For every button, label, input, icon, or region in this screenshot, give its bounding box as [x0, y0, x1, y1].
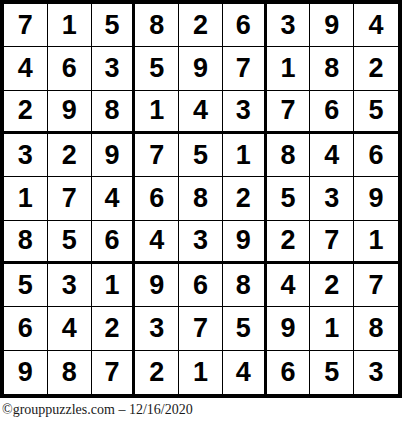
sudoku-cell-r8c1: 6 [4, 307, 48, 350]
sudoku-cell-r1c5: 2 [179, 4, 223, 47]
sudoku-cell-r3c3: 8 [92, 91, 136, 134]
sudoku-cell-r9c9: 3 [354, 351, 398, 394]
sudoku-cell-r2c7: 1 [267, 47, 311, 90]
sudoku-cell-r9c2: 8 [48, 351, 92, 394]
sudoku-cell-r3c2: 9 [48, 91, 92, 134]
sudoku-cell-r3c7: 7 [267, 91, 311, 134]
sudoku-cell-r1c6: 6 [223, 4, 267, 47]
sudoku-cell-r8c2: 4 [48, 307, 92, 350]
sudoku-cell-r2c6: 7 [223, 47, 267, 90]
sudoku-cell-r3c4: 1 [135, 91, 179, 134]
sudoku-cell-r2c2: 6 [48, 47, 92, 90]
sudoku-cell-r1c4: 8 [135, 4, 179, 47]
sudoku-cell-r9c4: 2 [135, 351, 179, 394]
sudoku-cell-r5c9: 9 [354, 177, 398, 220]
sudoku-cell-r9c3: 7 [92, 351, 136, 394]
sudoku-cell-r6c4: 4 [135, 221, 179, 264]
sudoku-cell-r7c7: 4 [267, 264, 311, 307]
sudoku-cell-r8c9: 8 [354, 307, 398, 350]
sudoku-cell-r6c6: 9 [223, 221, 267, 264]
sudoku-cell-r9c6: 4 [223, 351, 267, 394]
sudoku-cell-r6c1: 8 [4, 221, 48, 264]
sudoku-cell-r7c3: 1 [92, 264, 136, 307]
sudoku-cell-r3c9: 5 [354, 91, 398, 134]
sudoku-cell-r5c8: 3 [310, 177, 354, 220]
sudoku-cell-r4c8: 4 [310, 134, 354, 177]
sudoku-cell-r9c7: 6 [267, 351, 311, 394]
sudoku-cell-r5c2: 7 [48, 177, 92, 220]
sudoku-cell-r7c5: 6 [179, 264, 223, 307]
sudoku-cell-r1c3: 5 [92, 4, 136, 47]
sudoku-cell-r6c5: 3 [179, 221, 223, 264]
sudoku-cell-r6c7: 2 [267, 221, 311, 264]
sudoku-board: 7158263944635971822981437653297518461746… [0, 0, 402, 398]
sudoku-cell-r4c6: 1 [223, 134, 267, 177]
sudoku-cell-r8c4: 3 [135, 307, 179, 350]
sudoku-cell-r4c5: 5 [179, 134, 223, 177]
sudoku-cell-r1c9: 4 [354, 4, 398, 47]
sudoku-cell-r1c7: 3 [267, 4, 311, 47]
sudoku-cell-r4c4: 7 [135, 134, 179, 177]
sudoku-cell-r2c1: 4 [4, 47, 48, 90]
sudoku-cell-r2c8: 8 [310, 47, 354, 90]
sudoku-cell-r8c6: 5 [223, 307, 267, 350]
sudoku-cell-r8c3: 2 [92, 307, 136, 350]
sudoku-cell-r9c1: 9 [4, 351, 48, 394]
sudoku-cell-r7c4: 9 [135, 264, 179, 307]
sudoku-cell-r5c1: 1 [4, 177, 48, 220]
sudoku-cell-r6c2: 5 [48, 221, 92, 264]
sudoku-cell-r5c7: 5 [267, 177, 311, 220]
sudoku-cell-r8c5: 7 [179, 307, 223, 350]
sudoku-cell-r7c9: 7 [354, 264, 398, 307]
sudoku-cell-r1c2: 1 [48, 4, 92, 47]
sudoku-cell-r3c8: 6 [310, 91, 354, 134]
sudoku-cell-r5c4: 6 [135, 177, 179, 220]
sudoku-cell-r9c8: 5 [310, 351, 354, 394]
sudoku-cell-r6c9: 1 [354, 221, 398, 264]
sudoku-cell-r5c3: 4 [92, 177, 136, 220]
credit-line: ©grouppuzzles.com – 12/16/2020 [2, 402, 400, 422]
sudoku-cell-r2c5: 9 [179, 47, 223, 90]
sudoku-cell-r6c3: 6 [92, 221, 136, 264]
sudoku-cell-r2c9: 2 [354, 47, 398, 90]
sudoku-cell-r7c2: 3 [48, 264, 92, 307]
sudoku-cell-r2c4: 5 [135, 47, 179, 90]
sudoku-cell-r3c6: 3 [223, 91, 267, 134]
sudoku-cell-r4c7: 8 [267, 134, 311, 177]
sudoku-page: 7158263944635971822981437653297518461746… [0, 0, 402, 424]
sudoku-cell-r5c5: 8 [179, 177, 223, 220]
sudoku-cell-r4c9: 6 [354, 134, 398, 177]
sudoku-cell-r1c8: 9 [310, 4, 354, 47]
sudoku-cell-r8c8: 1 [310, 307, 354, 350]
sudoku-cell-r4c1: 3 [4, 134, 48, 177]
sudoku-cell-r4c2: 2 [48, 134, 92, 177]
sudoku-cell-r3c1: 2 [4, 91, 48, 134]
sudoku-cell-r2c3: 3 [92, 47, 136, 90]
sudoku-cell-r7c6: 8 [223, 264, 267, 307]
sudoku-cell-r8c7: 9 [267, 307, 311, 350]
sudoku-cell-r3c5: 4 [179, 91, 223, 134]
sudoku-cell-r9c5: 1 [179, 351, 223, 394]
sudoku-cell-r1c1: 7 [4, 4, 48, 47]
sudoku-cell-r6c8: 7 [310, 221, 354, 264]
sudoku-cell-r4c3: 9 [92, 134, 136, 177]
sudoku-cell-r5c6: 2 [223, 177, 267, 220]
sudoku-cell-r7c1: 5 [4, 264, 48, 307]
sudoku-cell-r7c8: 2 [310, 264, 354, 307]
